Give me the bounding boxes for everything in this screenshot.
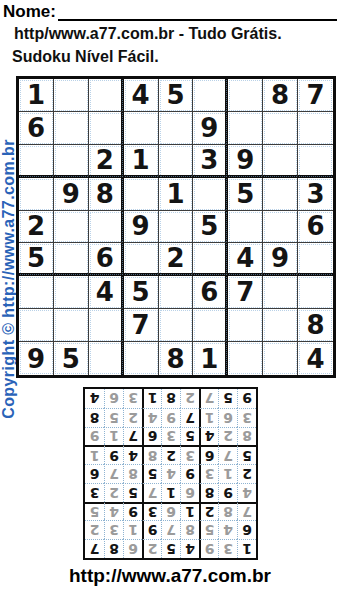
puzzle-cell-r8c7: [228, 309, 263, 342]
puzzle-cell-r5c2: [54, 211, 89, 244]
puzzle-cell-r7c6: 6: [193, 276, 228, 309]
puzzle-cell-r3c7: 9: [228, 145, 263, 178]
puzzle-cell-r5c4: 9: [124, 211, 159, 244]
puzzle-cell-r4c4: [124, 178, 159, 211]
solution-cell-r6c7: 4: [123, 445, 142, 464]
solution-cell-r2c3: 5: [199, 520, 218, 539]
solution-cell-r3c7: 9: [123, 502, 142, 521]
solution-cell-r4c6: 7: [142, 483, 161, 502]
solution-cell-r6c3: 6: [199, 445, 218, 464]
puzzle-cell-r3c9: [298, 145, 333, 178]
solution-cell-r8c7: 2: [123, 408, 142, 427]
solution-cell-r8c8: 5: [104, 408, 123, 427]
puzzle-cell-r6c3: 6: [89, 243, 124, 276]
solution-cell-r7c6: 6: [142, 427, 161, 446]
puzzle-cell-r7c4: 5: [124, 276, 159, 309]
puzzle-cell-r4c5: 1: [159, 178, 194, 211]
puzzle-cell-r9c2: 5: [54, 342, 89, 375]
puzzle-cell-r2c5: [159, 112, 194, 145]
puzzle-cell-r3c6: 3: [193, 145, 228, 178]
solution-cell-r3c4: 1: [180, 502, 199, 521]
puzzle-cell-r1c7: [228, 79, 263, 112]
puzzle-cell-r4c7: 5: [228, 178, 263, 211]
puzzle-cell-r7c9: [298, 276, 333, 309]
puzzle-cell-r5c6: 5: [193, 211, 228, 244]
footer-url: http://www.a77.com.br: [0, 565, 340, 587]
puzzle-cell-r1c1: 1: [19, 79, 54, 112]
puzzle-cell-r4c8: [263, 178, 298, 211]
solution-cell-r7c4: 5: [180, 427, 199, 446]
puzzle-cell-r9c9: 4: [298, 342, 333, 375]
name-label: Nome:: [3, 2, 56, 21]
puzzle-cell-r9c8: [263, 342, 298, 375]
solution-cell-r7c7: 7: [123, 427, 142, 446]
puzzle-cell-r7c2: [54, 276, 89, 309]
puzzle-cell-r6c9: [298, 243, 333, 276]
solution-cell-r4c7: 5: [123, 483, 142, 502]
puzzle-cell-r1c5: 5: [159, 79, 194, 112]
puzzle-cell-r5c7: [228, 211, 263, 244]
puzzle-cell-r6c1: 5: [19, 243, 54, 276]
solution-cell-r1c6: 2: [142, 539, 161, 558]
puzzle-cell-r8c1: [19, 309, 54, 342]
solution-cell-r7c2: 2: [218, 427, 237, 446]
solution-cell-r1c1: 1: [237, 539, 256, 558]
site-title: http/www.a77.com.br - Tudo Grátis.: [14, 25, 282, 43]
puzzle-cell-r4c3: 8: [89, 178, 124, 211]
puzzle-cell-r7c5: [159, 276, 194, 309]
puzzle-cell-r8c3: [89, 309, 124, 342]
solution-cell-r3c6: 3: [142, 502, 161, 521]
puzzle-cell-r2c6: 9: [193, 112, 228, 145]
puzzle-cell-r5c5: [159, 211, 194, 244]
solution-cell-r7c8: 1: [104, 427, 123, 446]
puzzle-cell-r7c7: 7: [228, 276, 263, 309]
solution-cell-r7c3: 4: [199, 427, 218, 446]
puzzle-cell-r3c4: 1: [124, 145, 159, 178]
puzzle-cell-r9c6: 1: [193, 342, 228, 375]
name-row: Nome:: [3, 2, 337, 21]
solution-cell-r2c2: 4: [218, 520, 237, 539]
solution-cell-r8c9: 8: [85, 408, 104, 427]
solution-cell-r4c2: 9: [218, 483, 237, 502]
solution-cell-r5c4: 9: [180, 464, 199, 483]
solution-cell-r4c8: 2: [104, 483, 123, 502]
solution-cell-r6c1: 5: [237, 445, 256, 464]
solution-cell-r6c9: 1: [85, 445, 104, 464]
solution-cell-r5c8: 7: [104, 464, 123, 483]
puzzle-cell-r8c9: 8: [298, 309, 333, 342]
puzzle-cell-r3c2: [54, 145, 89, 178]
solution-cell-r4c5: 1: [161, 483, 180, 502]
puzzle-cell-r8c6: [193, 309, 228, 342]
puzzle-cell-r2c7: [228, 112, 263, 145]
puzzle-cell-r5c1: 2: [19, 211, 54, 244]
solution-cell-r7c9: 9: [85, 427, 104, 446]
solution-cell-r1c8: 8: [104, 539, 123, 558]
puzzle-cell-r7c1: [19, 276, 54, 309]
solution-cell-r2c9: 2: [85, 520, 104, 539]
puzzle-cell-r1c4: 4: [124, 79, 159, 112]
solution-cell-r9c7: 3: [123, 389, 142, 408]
sudoku-grid: 145876921399815329565624945677895814: [16, 76, 336, 378]
puzzle-cell-r3c1: [19, 145, 54, 178]
puzzle-cell-r7c3: 4: [89, 276, 124, 309]
solution-cell-r9c8: 6: [104, 389, 123, 408]
puzzle-cell-r9c3: [89, 342, 124, 375]
solution-cell-r4c3: 8: [199, 483, 218, 502]
puzzle-cell-r1c8: 8: [263, 79, 298, 112]
solution-cell-r2c4: 8: [180, 520, 199, 539]
puzzle-cell-r6c8: 9: [263, 243, 298, 276]
solution-cell-r1c5: 5: [161, 539, 180, 558]
solution-cell-r6c6: 8: [142, 445, 161, 464]
solution-cell-r2c8: 3: [104, 520, 123, 539]
puzzle-cell-r9c5: 8: [159, 342, 194, 375]
solution-cell-r1c3: 9: [199, 539, 218, 558]
solution-cell-r3c9: 5: [85, 502, 104, 521]
solution-cell-r2c7: 1: [123, 520, 142, 539]
sudoku-solution-grid-rotated: 1394526876458791327821639454986175232139…: [83, 387, 258, 560]
solution-cell-r9c2: 5: [218, 389, 237, 408]
puzzle-cell-r8c4: 7: [124, 309, 159, 342]
solution-cell-r1c2: 3: [218, 539, 237, 558]
puzzle-cell-r6c5: 2: [159, 243, 194, 276]
puzzle-cell-r8c2: [54, 309, 89, 342]
solution-cell-r6c2: 7: [218, 445, 237, 464]
puzzle-cell-r4c2: 9: [54, 178, 89, 211]
solution-cell-r5c3: 3: [199, 464, 218, 483]
solution-cell-r5c1: 2: [237, 464, 256, 483]
solution-cell-r4c9: 3: [85, 483, 104, 502]
solution-cell-r5c6: 5: [142, 464, 161, 483]
puzzle-cell-r5c8: [263, 211, 298, 244]
solution-cell-r7c5: 3: [161, 427, 180, 446]
puzzle-cell-r9c7: [228, 342, 263, 375]
puzzle-cell-r4c1: [19, 178, 54, 211]
solution-cell-r3c2: 8: [218, 502, 237, 521]
puzzle-cell-r1c6: [193, 79, 228, 112]
puzzle-cell-r2c1: 6: [19, 112, 54, 145]
solution-cell-r8c3: 1: [199, 408, 218, 427]
name-blank-line: [58, 3, 337, 21]
solution-cell-r4c1: 4: [237, 483, 256, 502]
puzzle-cell-r2c3: [89, 112, 124, 145]
puzzle-cell-r2c8: [263, 112, 298, 145]
puzzle-cell-r4c6: [193, 178, 228, 211]
puzzle-cell-r8c8: [263, 309, 298, 342]
solution-cell-r7c1: 8: [237, 427, 256, 446]
solution-cell-r2c1: 6: [237, 520, 256, 539]
printable-sudoku-page: Nome: http/www.a77.com.br - Tudo Grátis.…: [0, 0, 340, 596]
solution-cell-r5c9: 6: [85, 464, 104, 483]
puzzle-cell-r6c7: 4: [228, 243, 263, 276]
puzzle-cell-r6c2: [54, 243, 89, 276]
puzzle-cell-r6c4: [124, 243, 159, 276]
solution-cell-r3c1: 7: [237, 502, 256, 521]
puzzle-cell-r1c3: [89, 79, 124, 112]
puzzle-cell-r7c8: [263, 276, 298, 309]
solution-cell-r6c5: 2: [161, 445, 180, 464]
solution-cell-r9c4: 2: [180, 389, 199, 408]
puzzle-cell-r3c8: [263, 145, 298, 178]
puzzle-cell-r5c9: 6: [298, 211, 333, 244]
solution-cell-r3c8: 4: [104, 502, 123, 521]
solution-cell-r5c2: 1: [218, 464, 237, 483]
puzzle-cell-r9c1: 9: [19, 342, 54, 375]
puzzle-cell-r3c5: [159, 145, 194, 178]
solution-cell-r3c5: 6: [161, 502, 180, 521]
solution-cell-r2c5: 7: [161, 520, 180, 539]
puzzle-cell-r2c9: [298, 112, 333, 145]
solution-cell-r9c3: 7: [199, 389, 218, 408]
solution-cell-r8c5: 9: [161, 408, 180, 427]
puzzle-cell-r2c2: [54, 112, 89, 145]
solution-cell-r9c9: 4: [85, 389, 104, 408]
puzzle-cell-r3c3: 2: [89, 145, 124, 178]
puzzle-cell-r6c6: [193, 243, 228, 276]
solution-cell-r6c8: 9: [104, 445, 123, 464]
puzzle-level-title: Sudoku Nível Fácil.: [12, 48, 159, 66]
solution-cell-r8c1: 3: [237, 408, 256, 427]
solution-cell-r1c7: 6: [123, 539, 142, 558]
puzzle-cell-r2c4: [124, 112, 159, 145]
puzzle-cell-r9c4: [124, 342, 159, 375]
solution-cell-r5c7: 8: [123, 464, 142, 483]
puzzle-cell-r8c5: [159, 309, 194, 342]
solution-cell-r6c4: 3: [180, 445, 199, 464]
puzzle-cell-r4c9: 3: [298, 178, 333, 211]
solution-cell-r8c4: 7: [180, 408, 199, 427]
solution-cell-r8c2: 6: [218, 408, 237, 427]
solution-cell-r9c5: 8: [161, 389, 180, 408]
solution-cell-r5c5: 4: [161, 464, 180, 483]
solution-cell-r1c9: 7: [85, 539, 104, 558]
solution-cell-r3c3: 2: [199, 502, 218, 521]
puzzle-cell-r1c2: [54, 79, 89, 112]
puzzle-cell-r5c3: [89, 211, 124, 244]
solution-cell-r4c4: 6: [180, 483, 199, 502]
solution-cell-r1c4: 4: [180, 539, 199, 558]
puzzle-cell-r1c9: 7: [298, 79, 333, 112]
solution-cell-r8c6: 4: [142, 408, 161, 427]
solution-cell-r2c6: 9: [142, 520, 161, 539]
solution-cell-r9c1: 9: [237, 389, 256, 408]
solution-cell-r9c6: 1: [142, 389, 161, 408]
